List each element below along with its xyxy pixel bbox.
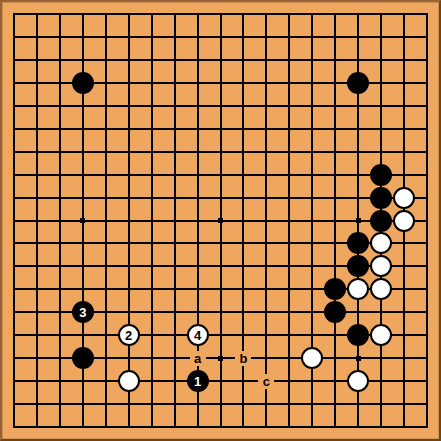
move-1-stone: 1 <box>187 370 209 392</box>
label-b: b <box>235 351 251 366</box>
white-stone <box>370 324 392 346</box>
star-point <box>218 356 223 361</box>
white-stone <box>393 210 415 232</box>
black-stone <box>324 278 346 300</box>
white-stone <box>301 347 323 369</box>
grid-line-vertical <box>288 13 290 428</box>
black-stone <box>347 232 369 254</box>
white-stone <box>370 278 392 300</box>
black-stone <box>324 301 346 323</box>
black-stone <box>347 72 369 94</box>
label-c: c <box>258 374 274 389</box>
grid-line-vertical <box>242 13 244 428</box>
white-stone <box>393 187 415 209</box>
star-point <box>80 218 85 223</box>
star-point <box>356 356 361 361</box>
grid-line-horizontal <box>13 403 428 405</box>
white-stone <box>118 370 140 392</box>
white-stone <box>347 278 369 300</box>
white-stone <box>370 255 392 277</box>
black-stone <box>370 164 392 186</box>
grid-line-vertical <box>265 13 267 428</box>
black-stone <box>347 324 369 346</box>
grid-line-vertical <box>426 13 428 428</box>
move-4-stone: 4 <box>187 324 209 346</box>
star-point <box>218 218 223 223</box>
white-stone <box>370 232 392 254</box>
black-stone <box>370 187 392 209</box>
grid-line-vertical <box>334 13 336 428</box>
black-stone <box>72 72 94 94</box>
grid-line-horizontal <box>13 426 428 428</box>
go-board: 3241 abc <box>0 0 441 441</box>
white-stone <box>347 370 369 392</box>
label-a: a <box>190 351 206 366</box>
black-stone <box>72 347 94 369</box>
move-3-stone: 3 <box>72 301 94 323</box>
black-stone <box>347 255 369 277</box>
star-point <box>356 218 361 223</box>
move-2-stone: 2 <box>118 324 140 346</box>
black-stone <box>370 210 392 232</box>
